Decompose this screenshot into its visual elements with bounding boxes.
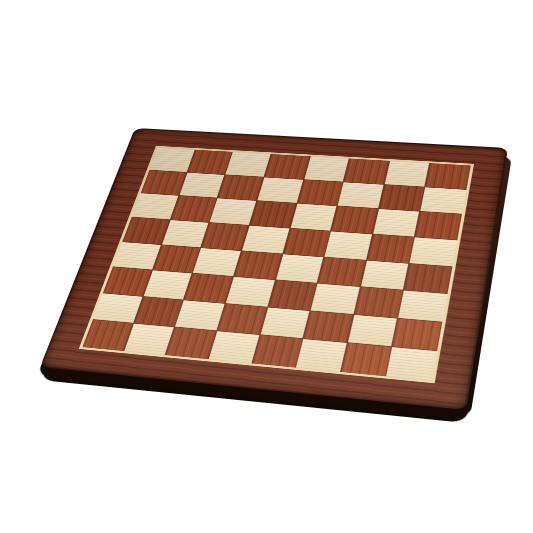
square-e4[interactable] [276, 254, 324, 283]
square-f2[interactable] [304, 311, 354, 342]
square-g5[interactable] [367, 234, 414, 263]
square-b7[interactable] [179, 172, 224, 197]
square-g6[interactable] [373, 209, 419, 237]
square-h1[interactable] [386, 347, 437, 380]
square-e1[interactable] [252, 335, 302, 367]
square-h8[interactable] [426, 163, 471, 189]
square-b6[interactable] [171, 196, 217, 222]
square-e8[interactable] [304, 156, 349, 181]
square-g8[interactable] [384, 161, 429, 187]
square-f1[interactable] [296, 339, 346, 372]
square-d1[interactable] [209, 331, 259, 363]
square-e3[interactable] [268, 280, 317, 310]
square-c5[interactable] [202, 223, 249, 250]
square-e5[interactable] [283, 228, 330, 256]
square-d2[interactable] [217, 304, 266, 335]
square-e2[interactable] [260, 307, 310, 338]
square-g7[interactable] [379, 185, 425, 212]
square-h4[interactable] [404, 264, 452, 294]
square-d5[interactable] [242, 226, 289, 254]
square-e7[interactable] [297, 180, 343, 206]
square-c8[interactable] [226, 152, 271, 177]
maple-inlay-border [79, 146, 474, 383]
square-g4[interactable] [361, 260, 409, 290]
product-photo-canvas [0, 0, 533, 533]
square-d3[interactable] [226, 277, 275, 307]
square-c2[interactable] [175, 300, 224, 330]
square-c7[interactable] [218, 175, 264, 201]
square-f8[interactable] [344, 159, 389, 184]
square-f5[interactable] [325, 231, 372, 259]
square-f4[interactable] [318, 257, 366, 286]
square-g2[interactable] [348, 315, 398, 347]
square-e6[interactable] [290, 204, 336, 231]
square-h2[interactable] [393, 318, 443, 350]
square-c6[interactable] [210, 198, 256, 224]
square-h6[interactable] [415, 212, 462, 240]
square-d6[interactable] [250, 201, 296, 228]
square-h5[interactable] [410, 237, 457, 266]
square-c4[interactable] [193, 248, 241, 276]
square-f7[interactable] [338, 182, 384, 208]
square-g1[interactable] [341, 343, 391, 376]
square-b8[interactable] [187, 150, 232, 174]
square-f6[interactable] [331, 206, 377, 233]
square-c3[interactable] [184, 274, 233, 303]
square-d4[interactable] [234, 251, 282, 280]
square-b2[interactable] [134, 297, 183, 327]
square-d7[interactable] [257, 177, 303, 203]
chessboard [40, 128, 508, 410]
square-c1[interactable] [166, 328, 216, 360]
square-f3[interactable] [311, 284, 360, 314]
square-g3[interactable] [354, 287, 403, 318]
square-h7[interactable] [421, 187, 467, 214]
square-d8[interactable] [265, 154, 310, 179]
board-squares [82, 148, 470, 381]
square-h3[interactable] [399, 291, 448, 322]
